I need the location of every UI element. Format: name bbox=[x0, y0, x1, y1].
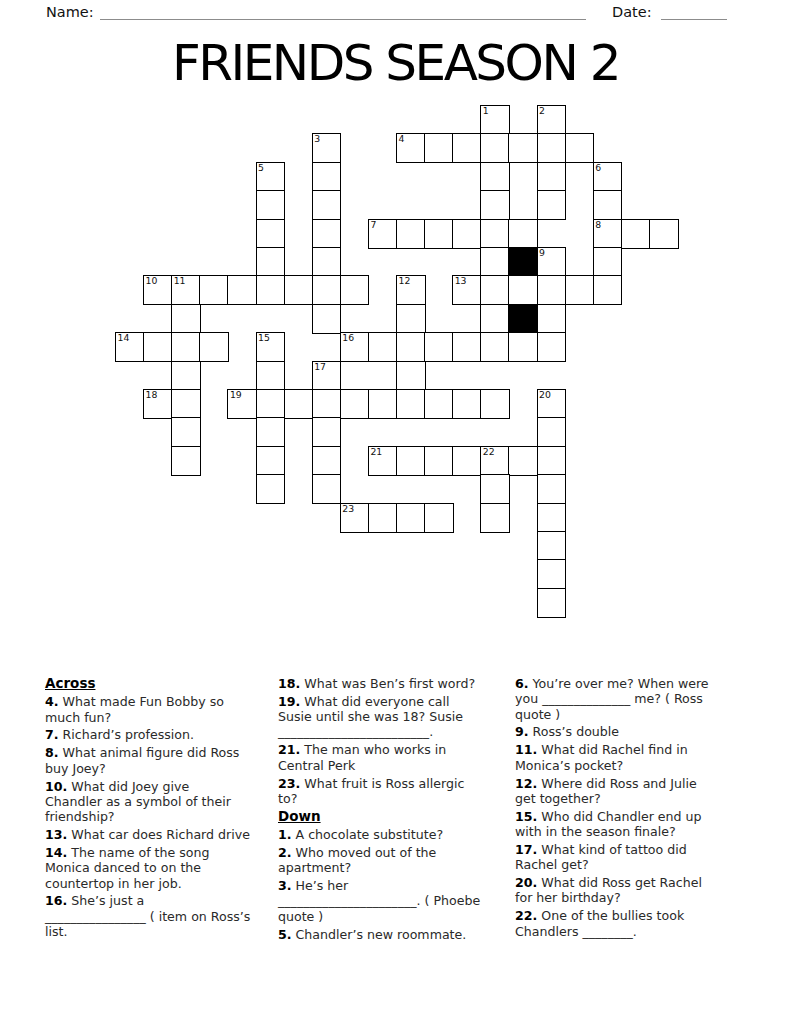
grid-cell-r7c15[interactable] bbox=[537, 304, 567, 334]
grid-cell-r11c5[interactable] bbox=[256, 417, 286, 447]
clue-number-label: 10. bbox=[45, 779, 67, 794]
grid-cell-r10c12[interactable] bbox=[452, 389, 482, 419]
clue-number-5: 5 bbox=[258, 162, 264, 173]
grid-cell-r9c5[interactable] bbox=[256, 361, 286, 391]
clue-number-12: 12 bbox=[399, 275, 411, 286]
clue-down-2: 2. Who moved out of the apartment? bbox=[278, 845, 511, 876]
grid-cell-r10c13[interactable] bbox=[480, 389, 510, 419]
grid-cell-r4c12[interactable] bbox=[452, 219, 482, 249]
worksheet-page: Name: Date: FRIENDS SEASON 2 12345678910… bbox=[0, 0, 791, 1024]
grid-cell-r10c6[interactable] bbox=[284, 389, 314, 419]
grid-cell-r11c15[interactable] bbox=[537, 417, 567, 447]
clue-number-label: 21. bbox=[278, 742, 300, 757]
grid-cell-r12c2[interactable] bbox=[171, 446, 201, 476]
clue-number-11: 11 bbox=[174, 275, 186, 286]
clue-number-19: 19 bbox=[230, 389, 242, 400]
grid-cell-r14c10[interactable] bbox=[396, 503, 426, 533]
clue-number-label: 9. bbox=[515, 724, 529, 739]
grid-cell-r2c17[interactable]: 6 bbox=[593, 162, 623, 192]
clue-across-23: 23. What fruit is Ross allergic to? bbox=[278, 776, 511, 807]
grid-cell-r8c15[interactable] bbox=[537, 332, 567, 362]
grid-cell-r5c13[interactable] bbox=[480, 247, 510, 277]
clue-down-15: 15. Who did Chandler end up with in the … bbox=[515, 809, 763, 840]
clue-number-20: 20 bbox=[539, 389, 551, 400]
clue-number-1: 1 bbox=[483, 105, 489, 116]
grid-cell-r12c9[interactable]: 21 bbox=[368, 446, 398, 476]
grid-cell-r1c10[interactable]: 4 bbox=[396, 133, 426, 163]
clue-number-15: 15 bbox=[258, 332, 270, 343]
clue-down-22: 22. One of the bullies took Chandlers __… bbox=[515, 908, 763, 939]
grid-cell-r15c15[interactable] bbox=[537, 531, 567, 561]
grid-cell-r6c2[interactable]: 11 bbox=[171, 275, 201, 305]
grid-cell-r12c7[interactable] bbox=[312, 446, 342, 476]
grid-cell-r7c10[interactable] bbox=[396, 304, 426, 334]
clue-number-label: 15. bbox=[515, 809, 537, 824]
grid-cell-r6c14[interactable] bbox=[508, 275, 538, 305]
grid-cell-r1c11[interactable] bbox=[424, 133, 454, 163]
clue-number-22: 22 bbox=[483, 446, 495, 457]
grid-cell-r12c10[interactable] bbox=[396, 446, 426, 476]
grid-cell-r14c11[interactable] bbox=[424, 503, 454, 533]
clue-number-label: 19. bbox=[278, 694, 300, 709]
clue-down-3: 3. He’s her ______________________. ( Ph… bbox=[278, 878, 511, 924]
grid-cell-r8c9[interactable] bbox=[368, 332, 398, 362]
clue-number-23: 23 bbox=[342, 503, 354, 514]
clue-number-label: 20. bbox=[515, 875, 537, 890]
grid-cell-r8c1[interactable] bbox=[143, 332, 173, 362]
date-blank-line[interactable] bbox=[661, 4, 727, 20]
grid-cell-r9c2[interactable] bbox=[171, 361, 201, 391]
black-cell-r7c14 bbox=[508, 304, 538, 334]
grid-cell-r10c2[interactable] bbox=[171, 389, 201, 419]
grid-cell-r4c13[interactable] bbox=[480, 219, 510, 249]
clue-number-label: 22. bbox=[515, 908, 537, 923]
clue-down-9: 9. Ross’s double bbox=[515, 724, 763, 739]
grid-cell-r14c15[interactable] bbox=[537, 503, 567, 533]
grid-cell-r11c7[interactable] bbox=[312, 417, 342, 447]
grid-cell-r10c11[interactable] bbox=[424, 389, 454, 419]
clue-number-10: 10 bbox=[146, 275, 158, 286]
clue-number-label: 8. bbox=[45, 745, 59, 760]
grid-cell-r3c13[interactable] bbox=[480, 190, 510, 220]
grid-cell-r3c17[interactable] bbox=[593, 190, 623, 220]
grid-cell-r6c4[interactable] bbox=[227, 275, 257, 305]
grid-cell-r6c7[interactable] bbox=[312, 275, 342, 305]
grid-cell-r7c13[interactable] bbox=[480, 304, 510, 334]
clue-number-3: 3 bbox=[314, 133, 320, 144]
grid-cell-r14c8[interactable]: 23 bbox=[340, 503, 370, 533]
grid-cell-r7c2[interactable] bbox=[171, 304, 201, 334]
clue-down-20: 20. What did Ross get Rachel for her bir… bbox=[515, 875, 763, 906]
clue-number-label: 11. bbox=[515, 742, 537, 757]
clue-number-6: 6 bbox=[595, 162, 601, 173]
grid-cell-r3c7[interactable] bbox=[312, 190, 342, 220]
grid-cell-r6c5[interactable] bbox=[256, 275, 286, 305]
grid-cell-r12c5[interactable] bbox=[256, 446, 286, 476]
clue-column-3: 6. You’re over me? When were you _______… bbox=[515, 676, 763, 942]
grid-cell-r6c12[interactable]: 13 bbox=[452, 275, 482, 305]
clue-number-label: 3. bbox=[278, 878, 292, 893]
grid-cell-r6c1[interactable]: 10 bbox=[143, 275, 173, 305]
grid-cell-r2c13[interactable] bbox=[480, 162, 510, 192]
clue-number-4: 4 bbox=[399, 133, 405, 144]
grid-cell-r10c10[interactable] bbox=[396, 389, 426, 419]
grid-cell-r8c0[interactable]: 14 bbox=[115, 332, 145, 362]
grid-cell-r4c10[interactable] bbox=[396, 219, 426, 249]
clue-number-7: 7 bbox=[370, 219, 376, 230]
name-label: Name: bbox=[46, 4, 94, 20]
grid-cell-r17c15[interactable] bbox=[537, 588, 567, 618]
clue-down-17: 17. What kind of tattoo did Rachel get? bbox=[515, 842, 763, 873]
grid-cell-r12c15[interactable] bbox=[537, 446, 567, 476]
page-title: FRIENDS SEASON 2 bbox=[0, 34, 791, 92]
grid-cell-r12c13[interactable]: 22 bbox=[480, 446, 510, 476]
grid-cell-r13c15[interactable] bbox=[537, 474, 567, 504]
grid-cell-r8c13[interactable] bbox=[480, 332, 510, 362]
clue-across-16: 16. She’s just a ________________ ( item… bbox=[45, 893, 276, 939]
clues-across-header: Across bbox=[45, 676, 276, 691]
grid-cell-r14c9[interactable] bbox=[368, 503, 398, 533]
grid-cell-r8c10[interactable] bbox=[396, 332, 426, 362]
grid-cell-r2c15[interactable] bbox=[537, 162, 567, 192]
clue-number-2: 2 bbox=[539, 105, 545, 116]
clue-number-label: 4. bbox=[45, 694, 59, 709]
grid-cell-r8c12[interactable] bbox=[452, 332, 482, 362]
grid-cell-r1c12[interactable] bbox=[452, 133, 482, 163]
grid-cell-r10c1[interactable]: 18 bbox=[143, 389, 173, 419]
clue-down-6: 6. You’re over me? When were you _______… bbox=[515, 676, 763, 722]
grid-cell-r10c8[interactable] bbox=[340, 389, 370, 419]
grid-cell-r14c13[interactable] bbox=[480, 503, 510, 533]
date-label: Date: bbox=[612, 4, 652, 20]
clue-column-1: Across4. What made Fun Bobby so much fun… bbox=[45, 676, 276, 942]
grid-cell-r6c10[interactable]: 12 bbox=[396, 275, 426, 305]
name-blank-line[interactable] bbox=[100, 4, 586, 20]
clue-number-18: 18 bbox=[146, 389, 158, 400]
grid-cell-r1c13[interactable] bbox=[480, 133, 510, 163]
grid-cell-r12c12[interactable] bbox=[452, 446, 482, 476]
grid-cell-r2c5[interactable]: 5 bbox=[256, 162, 286, 192]
grid-cell-r6c3[interactable] bbox=[199, 275, 229, 305]
clue-across-18: 18. What was Ben’s first word? bbox=[278, 676, 511, 691]
grid-cell-r4c18[interactable] bbox=[621, 219, 651, 249]
clue-number-label: 18. bbox=[278, 676, 300, 691]
grid-cell-r4c7[interactable] bbox=[312, 219, 342, 249]
grid-cell-r11c2[interactable] bbox=[171, 417, 201, 447]
grid-cell-r5c7[interactable] bbox=[312, 247, 342, 277]
grid-cell-r0c13[interactable]: 1 bbox=[480, 105, 510, 135]
clue-across-19: 19. What did everyone call Susie until s… bbox=[278, 694, 511, 740]
clue-number-13: 13 bbox=[455, 275, 467, 286]
grid-cell-r12c14[interactable] bbox=[508, 446, 538, 476]
clue-across-14: 14. The name of the song Monica danced t… bbox=[45, 845, 276, 891]
clue-number-16: 16 bbox=[342, 332, 354, 343]
clue-across-7: 7. Richard’s profession. bbox=[45, 727, 276, 742]
grid-cell-r10c7[interactable] bbox=[312, 389, 342, 419]
grid-cell-r12c11[interactable] bbox=[424, 446, 454, 476]
black-cell-r5c14 bbox=[508, 247, 538, 277]
grid-cell-r13c13[interactable] bbox=[480, 474, 510, 504]
grid-cell-r10c5[interactable] bbox=[256, 389, 286, 419]
grid-cell-r6c15[interactable] bbox=[537, 275, 567, 305]
clue-number-14: 14 bbox=[118, 332, 130, 343]
clue-down-11: 11. What did Rachel find in Monica’s poc… bbox=[515, 742, 763, 773]
grid-cell-r10c4[interactable]: 19 bbox=[227, 389, 257, 419]
grid-cell-r6c17[interactable] bbox=[593, 275, 623, 305]
grid-cell-r4c14[interactable] bbox=[508, 219, 538, 249]
clue-across-4: 4. What made Fun Bobby so much fun? bbox=[45, 694, 276, 725]
grid-cell-r8c2[interactable] bbox=[171, 332, 201, 362]
clue-across-21: 21. The man who works in Central Perk bbox=[278, 742, 511, 773]
clue-across-8: 8. What animal figure did Ross buy Joey? bbox=[45, 745, 276, 776]
clue-number-label: 2. bbox=[278, 845, 292, 860]
grid-cell-r6c16[interactable] bbox=[565, 275, 595, 305]
grid-cell-r4c5[interactable] bbox=[256, 219, 286, 249]
clue-number-label: 13. bbox=[45, 827, 67, 842]
clue-across-10: 10. What did Joey give Chandler as a sym… bbox=[45, 779, 276, 825]
grid-cell-r6c6[interactable] bbox=[284, 275, 314, 305]
grid-cell-r4c9[interactable]: 7 bbox=[368, 219, 398, 249]
grid-cell-r13c5[interactable] bbox=[256, 474, 286, 504]
clue-number-8: 8 bbox=[595, 219, 601, 230]
grid-cell-r3c15[interactable] bbox=[537, 190, 567, 220]
clues-down-header: Down bbox=[278, 809, 511, 824]
grid-cell-r5c15[interactable]: 9 bbox=[537, 247, 567, 277]
clue-number-9: 9 bbox=[539, 247, 545, 258]
grid-cell-r1c15[interactable] bbox=[537, 133, 567, 163]
clue-number-label: 7. bbox=[45, 727, 59, 742]
grid-cell-r7c7[interactable] bbox=[312, 304, 342, 334]
grid-cell-r6c13[interactable] bbox=[480, 275, 510, 305]
clue-number-label: 5. bbox=[278, 927, 292, 942]
grid-cell-r8c3[interactable] bbox=[199, 332, 229, 362]
grid-cell-r13c7[interactable] bbox=[312, 474, 342, 504]
grid-cell-r5c17[interactable] bbox=[593, 247, 623, 277]
clue-number-21: 21 bbox=[370, 446, 382, 457]
clue-number-17: 17 bbox=[314, 361, 326, 372]
clue-number-label: 23. bbox=[278, 776, 300, 791]
clue-number-label: 16. bbox=[45, 893, 67, 908]
clue-across-13: 13. What car does Richard drive bbox=[45, 827, 276, 842]
grid-cell-r9c10[interactable] bbox=[396, 361, 426, 391]
grid-cell-r5c5[interactable] bbox=[256, 247, 286, 277]
clue-number-label: 12. bbox=[515, 776, 537, 791]
crossword-grid: 1234567891011121314151617181920212223 bbox=[115, 105, 679, 618]
grid-cell-r0c15[interactable]: 2 bbox=[537, 105, 567, 135]
clue-down-1: 1. A chocolate substitute? bbox=[278, 827, 511, 842]
grid-cell-r9c7[interactable]: 17 bbox=[312, 361, 342, 391]
grid-cell-r8c8[interactable]: 16 bbox=[340, 332, 370, 362]
grid-cell-r2c7[interactable] bbox=[312, 162, 342, 192]
grid-cell-r10c9[interactable] bbox=[368, 389, 398, 419]
clue-column-2: 18. What was Ben’s first word?19. What d… bbox=[278, 676, 511, 945]
clue-down-5: 5. Chandler’s new roommate. bbox=[278, 927, 511, 942]
clue-number-label: 17. bbox=[515, 842, 537, 857]
grid-cell-r8c5[interactable]: 15 bbox=[256, 332, 286, 362]
clue-number-label: 6. bbox=[515, 676, 529, 691]
grid-cell-r6c8[interactable] bbox=[340, 275, 370, 305]
clue-number-label: 1. bbox=[278, 827, 292, 842]
grid-cell-r4c17[interactable]: 8 bbox=[593, 219, 623, 249]
grid-cell-r1c16[interactable] bbox=[565, 133, 595, 163]
grid-cell-r8c14[interactable] bbox=[508, 332, 538, 362]
grid-cell-r4c11[interactable] bbox=[424, 219, 454, 249]
grid-cell-r16c15[interactable] bbox=[537, 559, 567, 589]
grid-cell-r1c14[interactable] bbox=[508, 133, 538, 163]
grid-cell-r3c5[interactable] bbox=[256, 190, 286, 220]
grid-cell-r10c15[interactable]: 20 bbox=[537, 389, 567, 419]
clue-number-label: 14. bbox=[45, 845, 67, 860]
grid-cell-r8c11[interactable] bbox=[424, 332, 454, 362]
clue-down-12: 12. Where did Ross and Julie get togethe… bbox=[515, 776, 763, 807]
grid-cell-r4c19[interactable] bbox=[649, 219, 679, 249]
grid-cell-r1c7[interactable]: 3 bbox=[312, 133, 342, 163]
